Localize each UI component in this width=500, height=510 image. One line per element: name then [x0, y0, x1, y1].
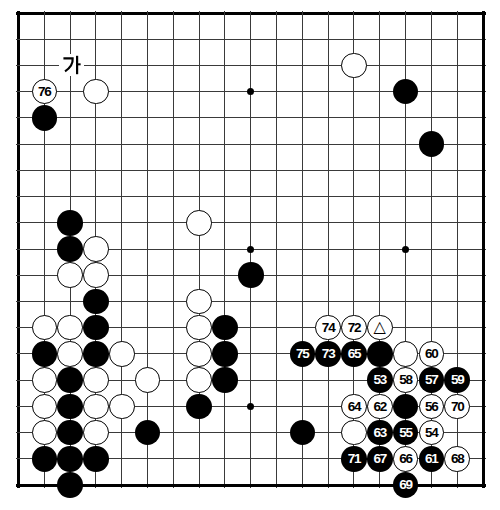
white-stone-numbered: 76	[32, 79, 58, 105]
white-stone	[393, 341, 419, 367]
white-stone	[341, 420, 367, 446]
black-stone-numbered: 71	[341, 446, 367, 472]
black-stone	[32, 105, 58, 131]
white-stone-numbered: 54	[419, 420, 445, 446]
white-stone-numbered: 56	[419, 394, 445, 420]
white-stone-triangle-marked: △	[367, 315, 393, 341]
black-stone-numbered: 67	[367, 446, 393, 472]
black-stone	[57, 472, 83, 498]
white-stone-numbered: 70	[444, 394, 470, 420]
black-stone	[212, 315, 238, 341]
black-stone	[419, 131, 445, 157]
white-stone-numbered: 68	[444, 446, 470, 472]
black-stone	[238, 262, 264, 288]
star-point	[247, 246, 254, 253]
black-stone	[57, 394, 83, 420]
star-point	[247, 88, 254, 95]
white-stone	[186, 367, 212, 393]
white-stone	[186, 289, 212, 315]
white-stone	[135, 367, 161, 393]
black-stone	[212, 341, 238, 367]
go-board-diagram: 767472△757365605358575964625670635554716…	[0, 0, 500, 510]
white-stone-numbered: 58	[393, 367, 419, 393]
black-stone	[32, 446, 58, 472]
white-stone	[57, 262, 83, 288]
white-stone	[341, 53, 367, 79]
white-stone-numbered: 60	[419, 341, 445, 367]
grid-line	[302, 11, 303, 488]
point-label-ga	[59, 54, 84, 76]
white-stone	[83, 420, 109, 446]
black-stone-numbered: 69	[393, 472, 419, 498]
white-stone	[83, 367, 109, 393]
black-stone	[290, 420, 316, 446]
triangle-mark-icon: △	[374, 319, 386, 335]
white-stone	[186, 315, 212, 341]
black-stone-numbered: 61	[419, 446, 445, 472]
black-stone	[83, 289, 109, 315]
white-stone-numbered: 64	[341, 394, 367, 420]
white-stone	[83, 394, 109, 420]
black-stone-numbered: 57	[419, 367, 445, 393]
white-stone	[57, 315, 83, 341]
black-stone	[32, 341, 58, 367]
white-stone	[109, 341, 135, 367]
white-stone	[83, 262, 109, 288]
black-stone-numbered: 75	[290, 341, 316, 367]
white-stone	[186, 210, 212, 236]
black-stone	[83, 341, 109, 367]
white-stone	[32, 420, 58, 446]
grid-line	[482, 11, 485, 488]
white-stone	[83, 236, 109, 262]
white-stone-numbered: 62	[367, 394, 393, 420]
white-stone	[57, 341, 83, 367]
black-stone	[393, 79, 419, 105]
black-stone-numbered: 59	[444, 367, 470, 393]
black-stone	[393, 394, 419, 420]
white-stone	[186, 341, 212, 367]
black-stone	[367, 341, 393, 367]
black-stone	[83, 446, 109, 472]
white-stone	[32, 394, 58, 420]
black-stone	[212, 367, 238, 393]
black-stone	[57, 446, 83, 472]
grid-line	[328, 11, 329, 488]
white-stone	[109, 394, 135, 420]
white-stone-numbered: 66	[393, 446, 419, 472]
black-stone-numbered: 65	[341, 341, 367, 367]
black-stone-numbered: 63	[367, 420, 393, 446]
black-stone-numbered: 73	[315, 341, 341, 367]
white-stone-numbered: 74	[315, 315, 341, 341]
white-stone	[32, 315, 58, 341]
black-stone	[57, 236, 83, 262]
grid-line	[276, 11, 277, 488]
ga-glyph-icon	[62, 55, 81, 75]
star-point	[247, 403, 254, 410]
black-stone	[135, 420, 161, 446]
black-stone	[57, 420, 83, 446]
white-stone	[32, 367, 58, 393]
star-point	[402, 246, 409, 253]
white-stone	[83, 79, 109, 105]
black-stone	[83, 315, 109, 341]
black-stone	[57, 367, 83, 393]
black-stone	[57, 210, 83, 236]
black-stone-numbered: 53	[367, 367, 393, 393]
go-board: 767472△757365605358575964625670635554716…	[0, 0, 500, 510]
white-stone-numbered: 72	[341, 315, 367, 341]
black-stone-numbered: 55	[393, 420, 419, 446]
black-stone	[186, 394, 212, 420]
